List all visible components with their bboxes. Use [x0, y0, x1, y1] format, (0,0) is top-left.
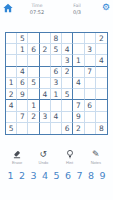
home-button[interactable]: [3, 3, 13, 13]
cell-r2c9[interactable]: [96, 44, 107, 55]
cell-r9c8[interactable]: [85, 123, 96, 134]
settings-button[interactable]: ⚙: [102, 3, 110, 12]
cell-r6c5[interactable]: 1: [51, 89, 62, 100]
bulb-icon: [65, 149, 75, 159]
cell-r6c7[interactable]: [73, 89, 84, 100]
erase-button[interactable]: Erase: [6, 149, 28, 165]
cell-r4c3[interactable]: [28, 67, 39, 78]
undo-label: Undo: [39, 160, 49, 165]
time-stat: Time 07:52: [22, 3, 52, 15]
cell-r6c8[interactable]: [85, 89, 96, 100]
cell-r5c6[interactable]: [62, 78, 73, 89]
cell-r7c3[interactable]: 1: [28, 100, 39, 111]
numpad-6[interactable]: 6: [64, 170, 73, 182]
cell-r5c7[interactable]: 4: [73, 78, 84, 89]
cell-r2c3[interactable]: 6: [28, 44, 39, 55]
cell-r3c9[interactable]: 4: [96, 55, 107, 66]
cell-r3c2[interactable]: [17, 55, 28, 66]
cell-r4c7[interactable]: [73, 67, 84, 78]
numpad-5[interactable]: 5: [52, 170, 61, 182]
cell-r9c7[interactable]: 2: [73, 123, 84, 134]
cell-r8c7[interactable]: 9: [73, 112, 84, 123]
cell-r8c2[interactable]: 7: [17, 112, 28, 123]
cell-r5c4[interactable]: [40, 78, 51, 89]
cell-r6c2[interactable]: 9: [17, 89, 28, 100]
cell-r5c2[interactable]: 6: [17, 78, 28, 89]
cell-r5c3[interactable]: 5: [28, 78, 39, 89]
cell-r1c3[interactable]: [28, 33, 39, 44]
cell-r7c2[interactable]: [17, 100, 28, 111]
numpad-3[interactable]: 3: [29, 170, 38, 182]
cell-r3c6[interactable]: 3: [62, 55, 73, 66]
number-pad: 123456789: [6, 169, 107, 182]
cell-r1c7[interactable]: [73, 33, 84, 44]
cell-r2c6[interactable]: 4: [62, 44, 73, 55]
cell-r4c4[interactable]: [40, 67, 51, 78]
sudoku-app: Time 07:52 Fail 0/3 ⚙ 582162543314462716…: [0, 0, 113, 200]
cell-r1c6[interactable]: [62, 33, 73, 44]
cell-r1c5[interactable]: 8: [51, 33, 62, 44]
cell-r4c9[interactable]: [96, 67, 107, 78]
cell-r9c6[interactable]: 6: [62, 123, 73, 134]
pencil-icon: ✎: [92, 149, 100, 159]
cell-r4c1[interactable]: [6, 67, 17, 78]
toolbar: Erase↺UndoHint✎Notes: [4, 149, 109, 167]
fail-value: 0/3: [64, 9, 90, 15]
cell-r9c1[interactable]: 5: [6, 123, 17, 134]
fail-stat: Fail 0/3: [64, 3, 90, 15]
cell-r6c4[interactable]: 4: [40, 89, 51, 100]
cell-r3c5[interactable]: [51, 55, 62, 66]
cell-r9c4[interactable]: [40, 123, 51, 134]
fail-label: Fail: [64, 3, 90, 8]
cell-r3c3[interactable]: [28, 55, 39, 66]
cell-r1c9[interactable]: 2: [96, 33, 107, 44]
cell-r9c9[interactable]: 8: [96, 123, 107, 134]
cell-r8c3[interactable]: 2: [28, 112, 39, 123]
cell-r5c5[interactable]: 3: [51, 78, 62, 89]
cell-r7c7[interactable]: 7: [73, 100, 84, 111]
cell-r7c5[interactable]: [51, 100, 62, 111]
undo-button[interactable]: ↺Undo: [32, 149, 54, 165]
cell-r8c4[interactable]: 3: [40, 112, 51, 123]
cell-r3c7[interactable]: 1: [73, 55, 84, 66]
cell-r4c5[interactable]: 6: [51, 67, 62, 78]
cell-r6c3[interactable]: [28, 89, 39, 100]
cell-r4c6[interactable]: 2: [62, 67, 73, 78]
cell-r1c8[interactable]: [85, 33, 96, 44]
notes-button[interactable]: ✎Notes: [85, 149, 107, 165]
time-label: Time: [22, 3, 52, 8]
time-value: 07:52: [22, 9, 52, 15]
cell-r7c9[interactable]: [96, 100, 107, 111]
cell-r7c1[interactable]: 4: [6, 100, 17, 111]
cell-r9c5[interactable]: [51, 123, 62, 134]
cell-r2c7[interactable]: [73, 44, 84, 55]
cell-r3c8[interactable]: [85, 55, 96, 66]
cell-r2c2[interactable]: 1: [17, 44, 28, 55]
eraser-icon: [12, 149, 22, 159]
sudoku-board: 582162543314462716534294154176723495628: [5, 32, 108, 135]
cell-r5c8[interactable]: [85, 78, 96, 89]
cell-r4c8[interactable]: 7: [85, 67, 96, 78]
numpad-2[interactable]: 2: [18, 170, 27, 182]
cell-r2c8[interactable]: 3: [85, 44, 96, 55]
cell-r1c4[interactable]: [40, 33, 51, 44]
erase-label: Erase: [12, 160, 22, 165]
cell-r7c6[interactable]: [62, 100, 73, 111]
cell-r2c1[interactable]: [6, 44, 17, 55]
cell-r1c2[interactable]: 5: [17, 33, 28, 44]
cell-r8c1[interactable]: [6, 112, 17, 123]
cell-r8c9[interactable]: [96, 112, 107, 123]
undo-icon: ↺: [40, 149, 48, 159]
header: Time 07:52 Fail 0/3 ⚙: [0, 0, 113, 18]
cell-r9c3[interactable]: [28, 123, 39, 134]
cell-r4c2[interactable]: 4: [17, 67, 28, 78]
numpad-7[interactable]: 7: [75, 170, 84, 182]
gear-icon: ⚙: [102, 3, 110, 12]
cell-r2c4[interactable]: 2: [40, 44, 51, 55]
cell-r1c1[interactable]: [6, 33, 17, 44]
notes-label: Notes: [91, 160, 101, 165]
cell-r8c5[interactable]: 4: [51, 112, 62, 123]
cell-r7c4[interactable]: [40, 100, 51, 111]
cell-r3c4[interactable]: [40, 55, 51, 66]
cell-r2c5[interactable]: 5: [51, 44, 62, 55]
cell-r6c9[interactable]: [96, 89, 107, 100]
home-icon: [3, 3, 13, 13]
cell-r9c2[interactable]: [17, 123, 28, 134]
numpad-9[interactable]: 9: [98, 170, 107, 182]
cell-r8c8[interactable]: [85, 112, 96, 123]
numpad-4[interactable]: 4: [41, 170, 50, 182]
cell-r3c1[interactable]: [6, 55, 17, 66]
cell-r6c1[interactable]: 2: [6, 89, 17, 100]
cell-r5c1[interactable]: 1: [6, 78, 17, 89]
cell-r8c6[interactable]: [62, 112, 73, 123]
hint-label: Hint: [66, 160, 73, 165]
numpad-8[interactable]: 8: [87, 170, 96, 182]
hint-button[interactable]: Hint: [59, 149, 81, 165]
cell-r5c9[interactable]: [96, 78, 107, 89]
numpad-1[interactable]: 1: [6, 170, 15, 182]
cell-r6c6[interactable]: 5: [62, 89, 73, 100]
cell-r7c8[interactable]: 6: [85, 100, 96, 111]
